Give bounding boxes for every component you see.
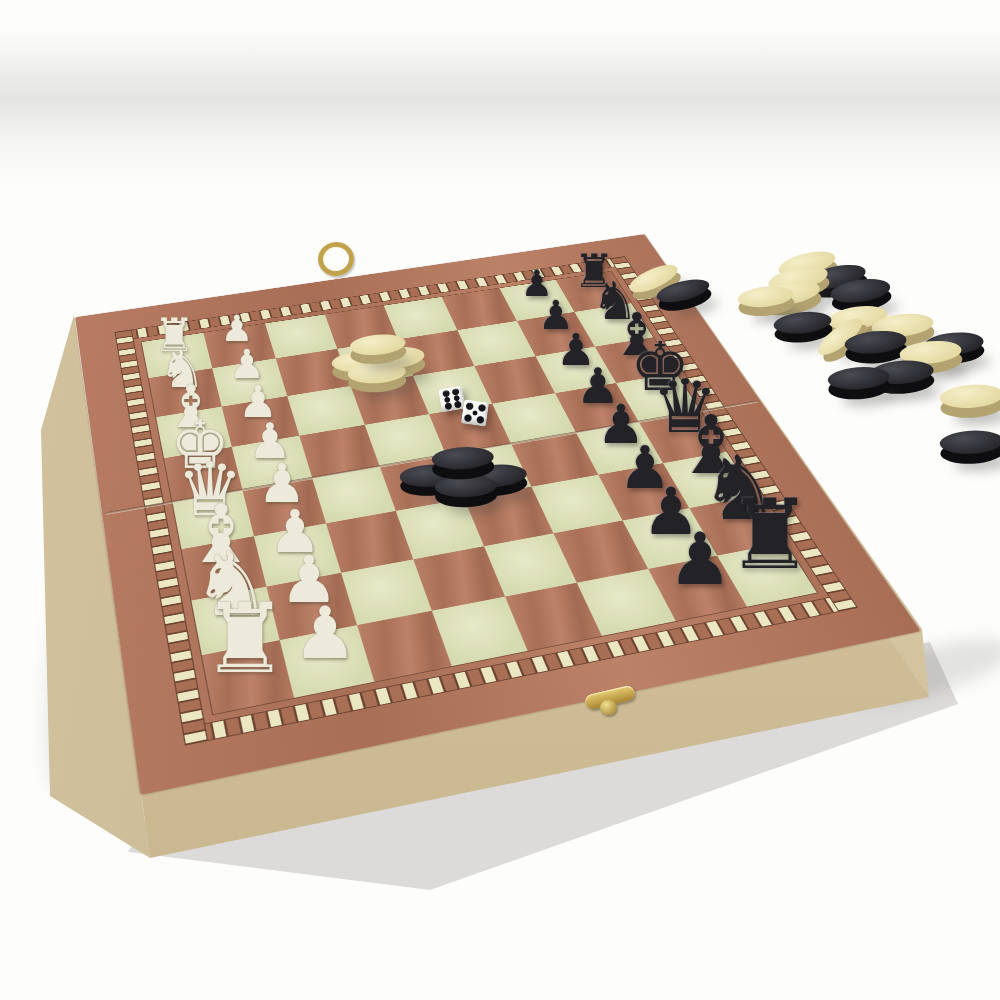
white-bishop: ♝: [185, 494, 258, 575]
black-pawn: ♟: [619, 438, 672, 497]
pieces-layer: ♜♞♝♚♛♝♞♜♟♟♟♟♟♟♟♟♟♟♟♟♟♟♟♟♜♞♝♚♛♝♞♜: [0, 0, 1000, 1000]
black-pawn: ♟: [668, 523, 733, 595]
black-knight: ♞: [700, 444, 780, 533]
white-king: ♚: [170, 412, 230, 479]
light-checker: [939, 382, 1000, 419]
white-pawn: ♟: [269, 502, 322, 561]
white-pawn: ♟: [293, 597, 358, 669]
light-checker: [347, 361, 406, 394]
white-queen: ♛: [177, 452, 243, 526]
white-knight: ♞: [192, 540, 272, 629]
black-pawn: ♟: [556, 328, 595, 372]
white-pawn: ♟: [258, 457, 306, 511]
die-5: [461, 399, 489, 426]
white-knight: ♞: [159, 343, 206, 395]
dark-checker: [939, 429, 1000, 465]
white-bishop: ♝: [165, 377, 218, 436]
black-bishop: ♝: [675, 405, 748, 486]
black-pawn: ♟: [576, 362, 620, 411]
brass-clasp-knob: [600, 700, 617, 715]
black-pawn: ♟: [597, 398, 645, 452]
black-pawn: ♟: [538, 295, 574, 335]
black-queen: ♛: [652, 369, 718, 443]
white-pawn: ♟: [248, 417, 292, 466]
white-pawn: ♟: [280, 547, 338, 612]
black-rook: ♜: [727, 486, 814, 583]
black-king: ♚: [630, 334, 690, 401]
black-bishop: ♝: [611, 305, 664, 364]
white-pawn: ♟: [229, 344, 265, 384]
black-pawn: ♟: [642, 479, 700, 544]
white-pawn: ♟: [221, 311, 253, 347]
black-pawn: ♟: [521, 266, 553, 302]
white-pawn: ♟: [238, 380, 277, 424]
dark-checker: [431, 446, 495, 481]
brass-ring: [316, 240, 356, 279]
black-rook: ♜: [573, 248, 614, 294]
dark-checker: [827, 365, 891, 401]
light-checker: [349, 332, 407, 365]
white-rook: ♜: [202, 590, 289, 687]
die-6: [438, 386, 466, 413]
product-photo-chess-set: ♜♞♝♚♛♝♞♜♟♟♟♟♟♟♟♟♟♟♟♟♟♟♟♟♜♞♝♚♛♝♞♜: [0, 0, 1000, 1000]
white-rook: ♜: [153, 312, 194, 358]
